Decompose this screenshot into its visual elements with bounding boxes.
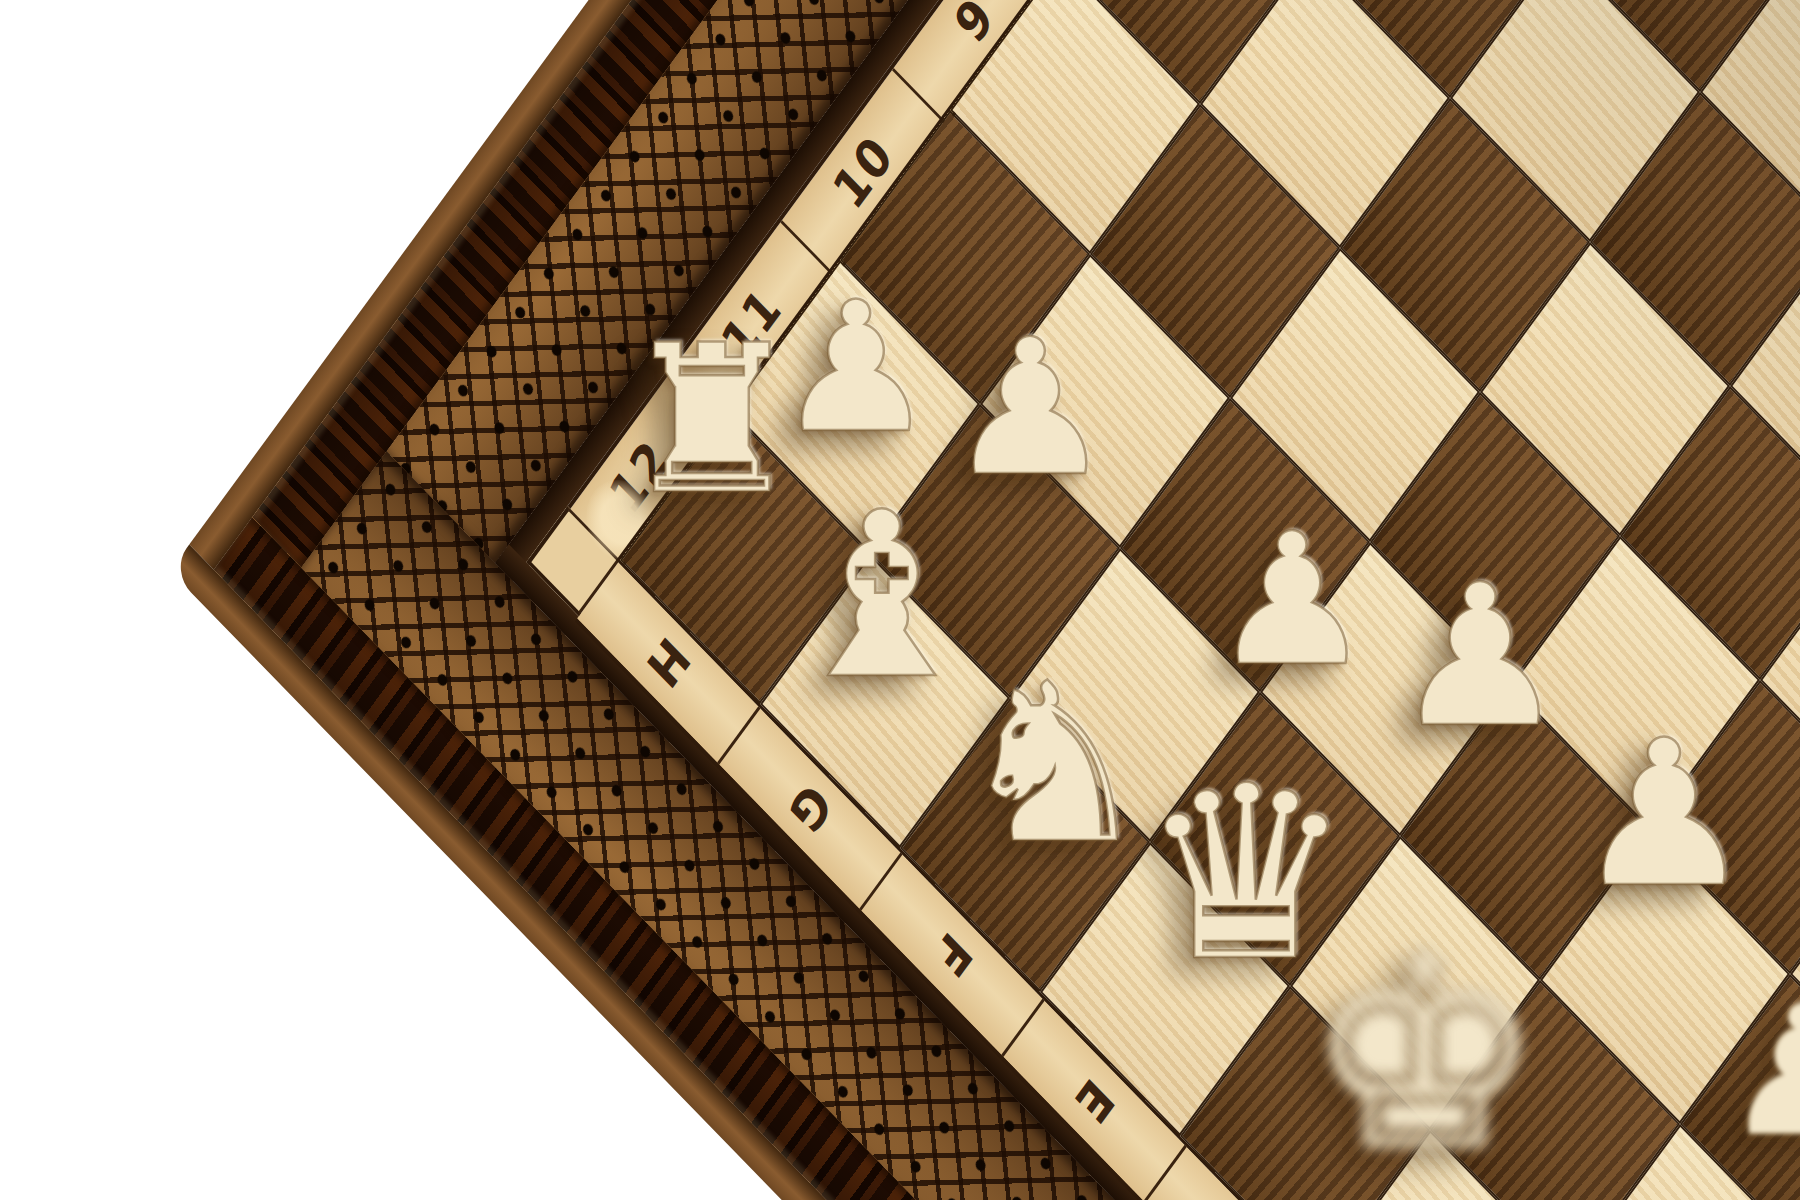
- file-letter-label: E: [1064, 1066, 1124, 1135]
- piece-white-pawn-b3[interactable]: ♟: [1712, 982, 1800, 1162]
- file-letter-label: H: [635, 625, 700, 700]
- piece-white-king-d1[interactable]: ♚: [1289, 919, 1559, 1189]
- piece-white-pawn-d3[interactable]: ♟: [1382, 558, 1578, 754]
- piece-white-pawn-c3[interactable]: ♟: [1563, 713, 1765, 915]
- file-letter-label: G: [778, 772, 842, 846]
- file-letter-label: F: [922, 920, 982, 989]
- photo-stage: 56789101112 HGFEDCBA ♜♟♟♝♞♛♚♟♟♟♟: [0, 0, 1800, 1200]
- piece-white-pawn-e3[interactable]: ♟: [1201, 509, 1383, 691]
